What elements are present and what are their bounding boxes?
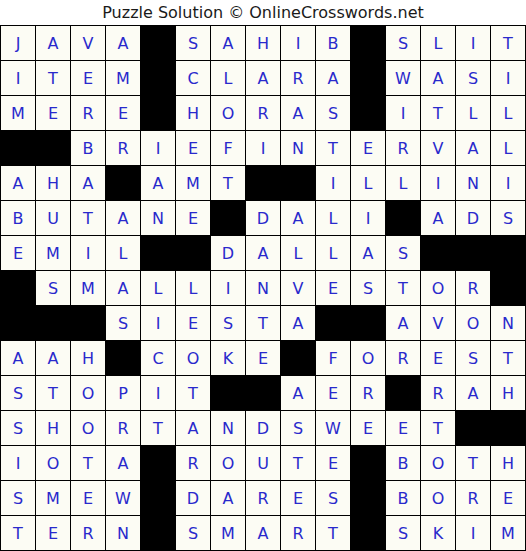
black-cell-r5c9	[281, 166, 315, 200]
letter-cell-r15c4: N	[106, 516, 140, 550]
letter-cell-r13c2: O	[36, 446, 70, 480]
letter-cell-r13c13: O	[421, 446, 455, 480]
letter-cell-r11c9: A	[281, 376, 315, 410]
letter-cell-r11c3: O	[71, 376, 105, 410]
black-cell-r6c7	[211, 201, 245, 235]
letter-cell-r1c9: I	[281, 26, 315, 60]
letter-cell-r9c4: S	[106, 306, 140, 340]
black-cell-r6c12	[386, 201, 420, 235]
letter-cell-r8c10: E	[316, 271, 350, 305]
letter-cell-r10c12: R	[386, 341, 420, 375]
letter-cell-r13c12: B	[386, 446, 420, 480]
letter-cell-r7c9: L	[281, 236, 315, 270]
black-cell-r7c15	[491, 236, 525, 270]
letter-cell-r1c12: S	[386, 26, 420, 60]
letter-cell-r10c10: F	[316, 341, 350, 375]
letter-cell-r3c12: I	[386, 96, 420, 130]
letter-cell-r1c1: J	[1, 26, 35, 60]
black-cell-r11c12	[386, 376, 420, 410]
page-title: Puzzle Solution © OnlineCrosswords.net	[0, 0, 526, 25]
black-cell-r15c11	[351, 516, 385, 550]
letter-cell-r6c2: U	[36, 201, 70, 235]
letter-cell-r7c10: L	[316, 236, 350, 270]
black-cell-r11c8	[246, 376, 280, 410]
black-cell-r5c4	[106, 166, 140, 200]
letter-cell-r3c2: E	[36, 96, 70, 130]
letter-cell-r6c6: E	[176, 201, 210, 235]
letter-cell-r14c6: D	[176, 481, 210, 515]
letter-cell-r9c9: A	[281, 306, 315, 340]
letter-cell-r5c7: T	[211, 166, 245, 200]
black-cell-r7c13	[421, 236, 455, 270]
letter-cell-r4c8: I	[246, 131, 280, 165]
letter-cell-r15c15: M	[491, 516, 525, 550]
black-cell-r9c3	[71, 306, 105, 340]
letter-cell-r2c4: M	[106, 61, 140, 95]
letter-cell-r4c3: B	[71, 131, 105, 165]
letter-cell-r1c14: I	[456, 26, 490, 60]
letter-cell-r12c10: W	[316, 411, 350, 445]
letter-cell-r8c9: V	[281, 271, 315, 305]
letter-cell-r10c11: O	[351, 341, 385, 375]
letter-cell-r15c2: E	[36, 516, 70, 550]
black-cell-r4c1	[1, 131, 35, 165]
letter-cell-r14c14: R	[456, 481, 490, 515]
black-cell-r9c11	[351, 306, 385, 340]
black-cell-r7c6	[176, 236, 210, 270]
letter-cell-r6c1: B	[1, 201, 35, 235]
letter-cell-r5c2: H	[36, 166, 70, 200]
letter-cell-r1c10: B	[316, 26, 350, 60]
letter-cell-r13c15: H	[491, 446, 525, 480]
letter-cell-r1c4: A	[106, 26, 140, 60]
letter-cell-r2c13: A	[421, 61, 455, 95]
letter-cell-r5c11: L	[351, 166, 385, 200]
black-cell-r7c14	[456, 236, 490, 270]
black-cell-r3c5	[141, 96, 175, 130]
letter-cell-r3c14: L	[456, 96, 490, 130]
letter-cell-r2c3: E	[71, 61, 105, 95]
letter-cell-r8c8: N	[246, 271, 280, 305]
letter-cell-r13c1: I	[1, 446, 35, 480]
letter-cell-r13c4: A	[106, 446, 140, 480]
letter-cell-r12c1: S	[1, 411, 35, 445]
letter-cell-r13c8: U	[246, 446, 280, 480]
letter-cell-r2c2: T	[36, 61, 70, 95]
black-cell-r9c10	[316, 306, 350, 340]
letter-cell-r8c2: S	[36, 271, 70, 305]
letter-cell-r2c12: W	[386, 61, 420, 95]
black-cell-r10c9	[281, 341, 315, 375]
letter-cell-r9c14: O	[456, 306, 490, 340]
letter-cell-r1c6: S	[176, 26, 210, 60]
letter-cell-r1c2: A	[36, 26, 70, 60]
letter-cell-r15c7: M	[211, 516, 245, 550]
letter-cell-r5c10: I	[316, 166, 350, 200]
letter-cell-r5c5: A	[141, 166, 175, 200]
black-cell-r14c11	[351, 481, 385, 515]
letter-cell-r6c4: A	[106, 201, 140, 235]
letter-cell-r5c3: A	[71, 166, 105, 200]
letter-cell-r14c3: E	[71, 481, 105, 515]
black-cell-r12c15	[491, 411, 525, 445]
letter-cell-r4c4: R	[106, 131, 140, 165]
letter-cell-r3c9: A	[281, 96, 315, 130]
letter-cell-r8c5: L	[141, 271, 175, 305]
letter-cell-r5c1: A	[1, 166, 35, 200]
letter-cell-r11c5: I	[141, 376, 175, 410]
letter-cell-r5c6: M	[176, 166, 210, 200]
letter-cell-r7c3: I	[71, 236, 105, 270]
letter-cell-r15c10: T	[316, 516, 350, 550]
letter-cell-r13c10: E	[316, 446, 350, 480]
letter-cell-r4c11: E	[351, 131, 385, 165]
letter-cell-r12c6: A	[176, 411, 210, 445]
letter-cell-r4c6: E	[176, 131, 210, 165]
letter-cell-r10c14: S	[456, 341, 490, 375]
black-cell-r13c5	[141, 446, 175, 480]
letter-cell-r10c6: O	[176, 341, 210, 375]
letter-cell-r11c4: P	[106, 376, 140, 410]
black-cell-r13c11	[351, 446, 385, 480]
letter-cell-r7c4: L	[106, 236, 140, 270]
letter-cell-r14c2: M	[36, 481, 70, 515]
letter-cell-r9c6: E	[176, 306, 210, 340]
letter-cell-r4c12: R	[386, 131, 420, 165]
letter-cell-r14c12: B	[386, 481, 420, 515]
letter-cell-r2c10: A	[316, 61, 350, 95]
letter-cell-r11c11: R	[351, 376, 385, 410]
letter-cell-r12c8: D	[246, 411, 280, 445]
black-cell-r2c11	[351, 61, 385, 95]
black-cell-r2c5	[141, 61, 175, 95]
letter-cell-r6c13: A	[421, 201, 455, 235]
letter-cell-r9c8: T	[246, 306, 280, 340]
letter-cell-r12c3: O	[71, 411, 105, 445]
letter-cell-r8c3: M	[71, 271, 105, 305]
letter-cell-r4c7: F	[211, 131, 245, 165]
letter-cell-r7c7: D	[211, 236, 245, 270]
black-cell-r15c5	[141, 516, 175, 550]
letter-cell-r9c5: I	[141, 306, 175, 340]
letter-cell-r11c14: A	[456, 376, 490, 410]
black-cell-r1c11	[351, 26, 385, 60]
letter-cell-r14c1: S	[1, 481, 35, 515]
letter-cell-r4c9: N	[281, 131, 315, 165]
letter-cell-r3c13: T	[421, 96, 455, 130]
black-cell-r8c1	[1, 271, 35, 305]
letter-cell-r7c11: A	[351, 236, 385, 270]
letter-cell-r14c10: S	[316, 481, 350, 515]
letter-cell-r7c8: A	[246, 236, 280, 270]
letter-cell-r12c12: E	[386, 411, 420, 445]
black-cell-r3c11	[351, 96, 385, 130]
letter-cell-r11c15: H	[491, 376, 525, 410]
letter-cell-r10c3: H	[71, 341, 105, 375]
letter-cell-r3c6: H	[176, 96, 210, 130]
letter-cell-r14c15: E	[491, 481, 525, 515]
letter-cell-r10c13: E	[421, 341, 455, 375]
letter-cell-r6c10: L	[316, 201, 350, 235]
letter-cell-r15c8: A	[246, 516, 280, 550]
letter-cell-r10c2: A	[36, 341, 70, 375]
letter-cell-r6c9: A	[281, 201, 315, 235]
letter-cell-r14c9: E	[281, 481, 315, 515]
letter-cell-r8c13: O	[421, 271, 455, 305]
letter-cell-r8c14: R	[456, 271, 490, 305]
letter-cell-r13c7: O	[211, 446, 245, 480]
letter-cell-r8c11: S	[351, 271, 385, 305]
letter-cell-r12c11: E	[351, 411, 385, 445]
letter-cell-r14c7: A	[211, 481, 245, 515]
letter-cell-r13c14: T	[456, 446, 490, 480]
black-cell-r1c5	[141, 26, 175, 60]
letter-cell-r4c15: L	[491, 131, 525, 165]
crossword-grid: JAVASAHIBSLITITEMCLARAWASIMEREHORASITLLB…	[0, 25, 526, 551]
black-cell-r10c4	[106, 341, 140, 375]
letter-cell-r8c12: T	[386, 271, 420, 305]
letter-cell-r5c13: I	[421, 166, 455, 200]
letter-cell-r11c1: S	[1, 376, 35, 410]
letter-cell-r7c2: M	[36, 236, 70, 270]
letter-cell-r4c5: I	[141, 131, 175, 165]
black-cell-r14c5	[141, 481, 175, 515]
black-cell-r9c1	[1, 306, 35, 340]
letter-cell-r9c13: V	[421, 306, 455, 340]
letter-cell-r4c14: A	[456, 131, 490, 165]
letter-cell-r2c9: R	[281, 61, 315, 95]
black-cell-r9c2	[36, 306, 70, 340]
letter-cell-r2c6: C	[176, 61, 210, 95]
letter-cell-r6c3: T	[71, 201, 105, 235]
letter-cell-r6c15: S	[491, 201, 525, 235]
letter-cell-r3c3: R	[71, 96, 105, 130]
black-cell-r12c14	[456, 411, 490, 445]
black-cell-r5c8	[246, 166, 280, 200]
letter-cell-r1c8: H	[246, 26, 280, 60]
black-cell-r8c15	[491, 271, 525, 305]
letter-cell-r8c4: A	[106, 271, 140, 305]
puzzle-solution-page: Puzzle Solution © OnlineCrosswords.net J…	[0, 0, 526, 551]
black-cell-r11c7	[211, 376, 245, 410]
letter-cell-r13c6: R	[176, 446, 210, 480]
letter-cell-r10c7: K	[211, 341, 245, 375]
letter-cell-r11c10: E	[316, 376, 350, 410]
letter-cell-r1c15: T	[491, 26, 525, 60]
letter-cell-r5c15: I	[491, 166, 525, 200]
letter-cell-r5c12: L	[386, 166, 420, 200]
letter-cell-r3c15: L	[491, 96, 525, 130]
letter-cell-r9c15: N	[491, 306, 525, 340]
letter-cell-r13c3: T	[71, 446, 105, 480]
black-cell-r7c5	[141, 236, 175, 270]
letter-cell-r2c15: I	[491, 61, 525, 95]
letter-cell-r3c7: O	[211, 96, 245, 130]
letter-cell-r15c13: K	[421, 516, 455, 550]
letter-cell-r4c13: V	[421, 131, 455, 165]
letter-cell-r6c14: D	[456, 201, 490, 235]
letter-cell-r10c8: E	[246, 341, 280, 375]
letter-cell-r15c3: R	[71, 516, 105, 550]
letter-cell-r7c1: E	[1, 236, 35, 270]
letter-cell-r1c13: L	[421, 26, 455, 60]
letter-cell-r12c13: T	[421, 411, 455, 445]
letter-cell-r12c2: H	[36, 411, 70, 445]
letter-cell-r14c13: O	[421, 481, 455, 515]
letter-cell-r14c8: R	[246, 481, 280, 515]
letter-cell-r3c4: E	[106, 96, 140, 130]
letter-cell-r2c7: L	[211, 61, 245, 95]
letter-cell-r5c14: N	[456, 166, 490, 200]
letter-cell-r3c10: S	[316, 96, 350, 130]
letter-cell-r2c14: S	[456, 61, 490, 95]
letter-cell-r15c6: S	[176, 516, 210, 550]
letter-cell-r1c3: V	[71, 26, 105, 60]
letter-cell-r12c7: N	[211, 411, 245, 445]
letter-cell-r10c1: A	[1, 341, 35, 375]
letter-cell-r4c10: T	[316, 131, 350, 165]
letter-cell-r11c6: T	[176, 376, 210, 410]
letter-cell-r6c8: D	[246, 201, 280, 235]
letter-cell-r2c8: A	[246, 61, 280, 95]
letter-cell-r8c6: L	[176, 271, 210, 305]
letter-cell-r6c5: N	[141, 201, 175, 235]
letter-cell-r8c7: I	[211, 271, 245, 305]
letter-cell-r14c4: W	[106, 481, 140, 515]
letter-cell-r12c4: R	[106, 411, 140, 445]
letter-cell-r11c13: R	[421, 376, 455, 410]
letter-cell-r9c12: A	[386, 306, 420, 340]
letter-cell-r10c15: T	[491, 341, 525, 375]
letter-cell-r9c7: S	[211, 306, 245, 340]
black-cell-r4c2	[36, 131, 70, 165]
letter-cell-r15c9: R	[281, 516, 315, 550]
letter-cell-r11c2: T	[36, 376, 70, 410]
letter-cell-r1c7: A	[211, 26, 245, 60]
letter-cell-r10c5: C	[141, 341, 175, 375]
letter-cell-r3c8: R	[246, 96, 280, 130]
letter-cell-r15c12: S	[386, 516, 420, 550]
letter-cell-r15c14: I	[456, 516, 490, 550]
letter-cell-r13c9: T	[281, 446, 315, 480]
letter-cell-r3c1: M	[1, 96, 35, 130]
letter-cell-r6c11: I	[351, 201, 385, 235]
letter-cell-r15c1: T	[1, 516, 35, 550]
letter-cell-r2c1: I	[1, 61, 35, 95]
letter-cell-r7c12: S	[386, 236, 420, 270]
letter-cell-r12c9: S	[281, 411, 315, 445]
letter-cell-r12c5: T	[141, 411, 175, 445]
